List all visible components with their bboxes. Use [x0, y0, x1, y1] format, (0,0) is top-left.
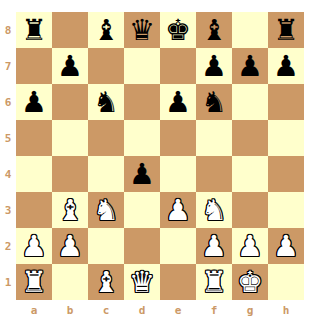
square-e7[interactable]: [160, 48, 196, 84]
square-c7[interactable]: [88, 48, 124, 84]
file-label-e: e: [160, 302, 196, 318]
square-g4[interactable]: [232, 156, 268, 192]
white-bishop[interactable]: ♝: [93, 268, 119, 297]
black-pawn[interactable]: ♟: [165, 88, 191, 117]
square-a5[interactable]: [16, 120, 52, 156]
square-g2[interactable]: ♟: [232, 228, 268, 264]
square-f1[interactable]: ♜: [196, 264, 232, 300]
square-a4[interactable]: [16, 156, 52, 192]
square-c6[interactable]: ♞: [88, 84, 124, 120]
square-c3[interactable]: ♞: [88, 192, 124, 228]
square-h1[interactable]: [268, 264, 304, 300]
square-d2[interactable]: [124, 228, 160, 264]
square-g8[interactable]: [232, 12, 268, 48]
square-g6[interactable]: [232, 84, 268, 120]
square-d6[interactable]: [124, 84, 160, 120]
square-f7[interactable]: ♟: [196, 48, 232, 84]
file-label-g: g: [232, 302, 268, 318]
black-knight[interactable]: ♞: [201, 88, 227, 117]
square-a6[interactable]: ♟: [16, 84, 52, 120]
square-g3[interactable]: [232, 192, 268, 228]
square-b7[interactable]: ♟: [52, 48, 88, 84]
square-f8[interactable]: ♝: [196, 12, 232, 48]
black-pawn[interactable]: ♟: [21, 88, 47, 117]
black-queen[interactable]: ♛: [129, 16, 155, 45]
square-f6[interactable]: ♞: [196, 84, 232, 120]
white-bishop[interactable]: ♝: [57, 196, 83, 225]
square-a7[interactable]: [16, 48, 52, 84]
square-e4[interactable]: [160, 156, 196, 192]
black-rook[interactable]: ♜: [273, 16, 299, 45]
white-king[interactable]: ♚: [237, 268, 263, 297]
white-pawn[interactable]: ♟: [57, 232, 83, 261]
square-h3[interactable]: [268, 192, 304, 228]
square-h4[interactable]: [268, 156, 304, 192]
black-pawn[interactable]: ♟: [129, 160, 155, 189]
black-king[interactable]: ♚: [165, 16, 191, 45]
white-pawn[interactable]: ♟: [201, 232, 227, 261]
white-pawn[interactable]: ♟: [165, 196, 191, 225]
square-b2[interactable]: ♟: [52, 228, 88, 264]
square-e5[interactable]: [160, 120, 196, 156]
square-h7[interactable]: ♟: [268, 48, 304, 84]
square-d4[interactable]: ♟: [124, 156, 160, 192]
white-knight[interactable]: ♞: [201, 196, 227, 225]
rank-label-4: 4: [0, 156, 16, 192]
square-f5[interactable]: [196, 120, 232, 156]
white-pawn[interactable]: ♟: [237, 232, 263, 261]
square-b3[interactable]: ♝: [52, 192, 88, 228]
black-pawn[interactable]: ♟: [57, 52, 83, 81]
white-rook[interactable]: ♜: [201, 268, 227, 297]
white-queen[interactable]: ♛: [129, 268, 155, 297]
square-b6[interactable]: [52, 84, 88, 120]
square-d7[interactable]: [124, 48, 160, 84]
file-label-f: f: [196, 302, 232, 318]
square-d8[interactable]: ♛: [124, 12, 160, 48]
square-h6[interactable]: [268, 84, 304, 120]
square-c5[interactable]: [88, 120, 124, 156]
white-pawn[interactable]: ♟: [273, 232, 299, 261]
square-a2[interactable]: ♟: [16, 228, 52, 264]
black-rook[interactable]: ♜: [21, 16, 47, 45]
white-pawn[interactable]: ♟: [21, 232, 47, 261]
square-e8[interactable]: ♚: [160, 12, 196, 48]
square-c2[interactable]: [88, 228, 124, 264]
black-pawn[interactable]: ♟: [237, 52, 263, 81]
square-g5[interactable]: [232, 120, 268, 156]
square-h8[interactable]: ♜: [268, 12, 304, 48]
square-f3[interactable]: ♞: [196, 192, 232, 228]
file-labels: abcdefgh: [16, 302, 304, 318]
square-d3[interactable]: [124, 192, 160, 228]
black-pawn[interactable]: ♟: [201, 52, 227, 81]
square-e6[interactable]: ♟: [160, 84, 196, 120]
square-e1[interactable]: [160, 264, 196, 300]
rank-label-8: 8: [0, 12, 16, 48]
white-rook[interactable]: ♜: [21, 268, 47, 297]
square-b5[interactable]: [52, 120, 88, 156]
chess-board: ♜♝♛♚♝♜♟♟♟♟♟♞♟♞♟♝♞♟♞♟♟♟♟♟♜♝♛♜♚: [16, 12, 304, 300]
square-e2[interactable]: [160, 228, 196, 264]
black-knight[interactable]: ♞: [93, 88, 119, 117]
file-label-b: b: [52, 302, 88, 318]
square-g1[interactable]: ♚: [232, 264, 268, 300]
square-c8[interactable]: ♝: [88, 12, 124, 48]
black-pawn[interactable]: ♟: [273, 52, 299, 81]
rank-labels: 87654321: [0, 12, 16, 300]
rank-label-5: 5: [0, 120, 16, 156]
file-label-d: d: [124, 302, 160, 318]
black-bishop[interactable]: ♝: [201, 16, 227, 45]
file-label-a: a: [16, 302, 52, 318]
square-h2[interactable]: ♟: [268, 228, 304, 264]
square-b8[interactable]: [52, 12, 88, 48]
rank-label-7: 7: [0, 48, 16, 84]
file-label-h: h: [268, 302, 304, 318]
square-d5[interactable]: [124, 120, 160, 156]
rank-label-1: 1: [0, 264, 16, 300]
square-c1[interactable]: ♝: [88, 264, 124, 300]
file-label-c: c: [88, 302, 124, 318]
square-f2[interactable]: ♟: [196, 228, 232, 264]
square-b4[interactable]: [52, 156, 88, 192]
square-g7[interactable]: ♟: [232, 48, 268, 84]
square-c4[interactable]: [88, 156, 124, 192]
black-bishop[interactable]: ♝: [93, 16, 119, 45]
rank-label-6: 6: [0, 84, 16, 120]
square-b1[interactable]: [52, 264, 88, 300]
square-a8[interactable]: ♜: [16, 12, 52, 48]
square-e3[interactable]: ♟: [160, 192, 196, 228]
rank-label-2: 2: [0, 228, 16, 264]
square-a3[interactable]: [16, 192, 52, 228]
square-f4[interactable]: [196, 156, 232, 192]
white-knight[interactable]: ♞: [93, 196, 119, 225]
square-d1[interactable]: ♛: [124, 264, 160, 300]
square-a1[interactable]: ♜: [16, 264, 52, 300]
square-h5[interactable]: [268, 120, 304, 156]
rank-label-3: 3: [0, 192, 16, 228]
